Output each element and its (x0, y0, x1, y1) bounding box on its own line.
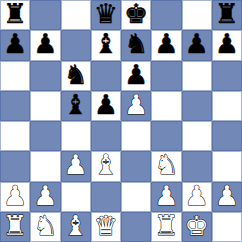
square-g6[interactable] (182, 61, 212, 91)
square-h5[interactable] (212, 91, 242, 121)
square-a4[interactable] (0, 121, 30, 151)
square-b5[interactable] (30, 91, 60, 121)
square-c4[interactable] (61, 121, 91, 151)
piece-white-bishop[interactable]: ♝ (64, 212, 88, 241)
piece-black-pawn[interactable]: ♟ (94, 91, 118, 120)
piece-white-pawn[interactable]: ♟ (124, 91, 148, 120)
piece-black-pawn[interactable]: ♟ (33, 30, 57, 59)
piece-white-queen[interactable]: ♛ (94, 212, 118, 241)
square-e8[interactable]: ♚ (121, 0, 151, 30)
square-b8[interactable] (30, 0, 60, 30)
square-a7[interactable]: ♟ (0, 30, 30, 60)
square-c2[interactable] (61, 182, 91, 212)
piece-white-knight[interactable]: ♞ (33, 212, 57, 241)
square-d1[interactable]: ♛ (91, 212, 121, 242)
square-f1[interactable]: ♜ (151, 212, 181, 242)
square-h1[interactable] (212, 212, 242, 242)
square-h2[interactable]: ♟ (212, 182, 242, 212)
square-g5[interactable] (182, 91, 212, 121)
piece-white-pawn[interactable]: ♟ (64, 151, 88, 180)
piece-white-rook[interactable]: ♜ (3, 212, 27, 241)
square-e1[interactable] (121, 212, 151, 242)
square-g2[interactable]: ♟ (182, 182, 212, 212)
piece-black-knight[interactable]: ♞ (124, 30, 148, 59)
square-a2[interactable]: ♟ (0, 182, 30, 212)
square-a5[interactable] (0, 91, 30, 121)
square-c7[interactable] (61, 30, 91, 60)
square-g1[interactable]: ♚ (182, 212, 212, 242)
square-d6[interactable] (91, 61, 121, 91)
square-f5[interactable] (151, 91, 181, 121)
square-d5[interactable]: ♟ (91, 91, 121, 121)
square-h6[interactable] (212, 61, 242, 91)
square-b6[interactable] (30, 61, 60, 91)
square-c1[interactable]: ♝ (61, 212, 91, 242)
piece-white-bishop[interactable]: ♝ (94, 151, 118, 180)
square-h3[interactable] (212, 151, 242, 181)
piece-black-pawn[interactable]: ♟ (124, 61, 148, 90)
square-f3[interactable]: ♞ (151, 151, 181, 181)
square-d2[interactable] (91, 182, 121, 212)
square-c8[interactable] (61, 0, 91, 30)
square-h4[interactable] (212, 121, 242, 151)
piece-white-pawn[interactable]: ♟ (154, 182, 178, 211)
piece-white-knight[interactable]: ♞ (154, 151, 178, 180)
square-g4[interactable] (182, 121, 212, 151)
piece-black-rook[interactable]: ♜ (215, 0, 239, 29)
square-d8[interactable]: ♛ (91, 0, 121, 30)
piece-black-pawn[interactable]: ♟ (3, 30, 27, 59)
square-f4[interactable] (151, 121, 181, 151)
square-c3[interactable]: ♟ (61, 151, 91, 181)
piece-white-pawn[interactable]: ♟ (185, 182, 209, 211)
piece-white-rook[interactable]: ♜ (154, 212, 178, 241)
square-h8[interactable]: ♜ (212, 0, 242, 30)
square-a6[interactable] (0, 61, 30, 91)
square-b4[interactable] (30, 121, 60, 151)
square-e3[interactable] (121, 151, 151, 181)
chess-board: ♜♛♚♜♟♟♝♞♟♟♟♞♟♝♟♟♟♝♞♟♟♟♟♟♜♞♝♛♜♚ (0, 0, 242, 242)
piece-black-pawn[interactable]: ♟ (185, 30, 209, 59)
square-a1[interactable]: ♜ (0, 212, 30, 242)
square-b7[interactable]: ♟ (30, 30, 60, 60)
square-e7[interactable]: ♞ (121, 30, 151, 60)
square-a3[interactable] (0, 151, 30, 181)
square-h7[interactable]: ♟ (212, 30, 242, 60)
square-c5[interactable]: ♝ (61, 91, 91, 121)
piece-black-bishop[interactable]: ♝ (64, 91, 88, 120)
square-f7[interactable]: ♟ (151, 30, 181, 60)
piece-black-queen[interactable]: ♛ (94, 0, 118, 29)
square-f8[interactable] (151, 0, 181, 30)
square-b2[interactable]: ♟ (30, 182, 60, 212)
square-c6[interactable]: ♞ (61, 61, 91, 91)
square-f2[interactable]: ♟ (151, 182, 181, 212)
chess-board-container: ♜♛♚♜♟♟♝♞♟♟♟♞♟♝♟♟♟♝♞♟♟♟♟♟♜♞♝♛♜♚ (0, 0, 242, 242)
square-d4[interactable] (91, 121, 121, 151)
square-g8[interactable] (182, 0, 212, 30)
square-g7[interactable]: ♟ (182, 30, 212, 60)
piece-black-knight[interactable]: ♞ (64, 61, 88, 90)
piece-white-king[interactable]: ♚ (185, 212, 209, 241)
square-g3[interactable] (182, 151, 212, 181)
piece-black-pawn[interactable]: ♟ (215, 30, 239, 59)
piece-black-bishop[interactable]: ♝ (94, 30, 118, 59)
square-b3[interactable] (30, 151, 60, 181)
square-e2[interactable] (121, 182, 151, 212)
square-d3[interactable]: ♝ (91, 151, 121, 181)
square-d7[interactable]: ♝ (91, 30, 121, 60)
square-e4[interactable] (121, 121, 151, 151)
piece-black-king[interactable]: ♚ (124, 0, 148, 29)
piece-black-rook[interactable]: ♜ (3, 0, 27, 29)
square-a8[interactable]: ♜ (0, 0, 30, 30)
square-e5[interactable]: ♟ (121, 91, 151, 121)
piece-white-pawn[interactable]: ♟ (3, 182, 27, 211)
square-b1[interactable]: ♞ (30, 212, 60, 242)
piece-black-pawn[interactable]: ♟ (154, 30, 178, 59)
piece-white-pawn[interactable]: ♟ (215, 182, 239, 211)
square-e6[interactable]: ♟ (121, 61, 151, 91)
square-f6[interactable] (151, 61, 181, 91)
piece-white-pawn[interactable]: ♟ (33, 182, 57, 211)
